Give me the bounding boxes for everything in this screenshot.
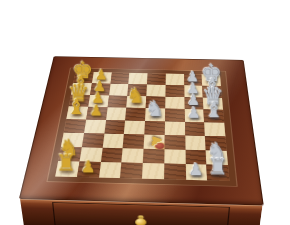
board-square[interactable] <box>146 84 165 96</box>
board-square[interactable] <box>100 147 122 162</box>
board-square[interactable] <box>147 73 166 85</box>
board-square[interactable] <box>110 72 129 84</box>
board-square[interactable] <box>122 148 144 163</box>
board-square[interactable] <box>185 122 206 136</box>
board-square[interactable] <box>143 148 165 163</box>
board-square[interactable]: ♟ <box>184 109 204 122</box>
board-square[interactable]: ♟ <box>86 107 107 120</box>
board-square[interactable] <box>107 95 127 108</box>
board-square[interactable] <box>64 119 86 133</box>
chess-board: ♚♟♟♚♝♟♟♝♛♟♞♟♛♝♟♞♟♝♟♞♞♜♟♟♜ <box>48 68 237 186</box>
silver-bishop[interactable]: ♝ <box>205 100 224 121</box>
board-square[interactable] <box>165 74 183 86</box>
board-square[interactable]: ♞ <box>145 108 165 121</box>
board-square[interactable] <box>164 135 185 150</box>
chess-set-photo: ♚♟♟♚♝♟♟♝♛♟♞♟♛♝♟♞♟♝♟♞♞♜♟♟♜ <box>0 0 290 225</box>
board-square[interactable]: ♟ <box>77 162 101 178</box>
gold-rook[interactable]: ♜ <box>56 152 77 175</box>
board-square[interactable] <box>82 133 104 147</box>
board-square[interactable] <box>124 121 145 135</box>
board-square[interactable] <box>102 133 124 148</box>
gold-knight[interactable]: ♞ <box>127 86 145 106</box>
board-square[interactable] <box>125 108 145 121</box>
gold-pawn[interactable]: ♟ <box>89 104 102 119</box>
board-square[interactable] <box>164 149 185 164</box>
board-square[interactable] <box>165 96 184 109</box>
board-square[interactable]: ♟ <box>144 134 165 149</box>
board-square[interactable] <box>165 85 184 97</box>
board-square[interactable] <box>144 121 164 135</box>
board-square[interactable]: ♝ <box>204 110 225 123</box>
chess-case: ♚♟♟♚♝♟♟♝♛♟♞♟♛♝♟♞♟♝♟♞♞♜♟♟♜ <box>19 56 264 205</box>
board-square[interactable] <box>164 164 186 180</box>
board-square[interactable] <box>185 135 206 150</box>
board-square[interactable] <box>106 107 127 120</box>
silver-pawn[interactable]: ♟ <box>189 162 204 179</box>
board-square[interactable] <box>129 73 148 85</box>
board-square[interactable]: ♝ <box>66 106 88 119</box>
board-square[interactable] <box>123 134 144 149</box>
board-frame: ♚♟♟♚♝♟♟♝♛♟♞♟♛♝♟♞♟♝♟♞♞♜♟♟♜ <box>19 56 264 205</box>
board-square[interactable]: ♜ <box>207 165 230 181</box>
gold-pawn-fallen[interactable]: ♟ <box>145 134 166 149</box>
board-square[interactable] <box>204 122 225 136</box>
board-square[interactable] <box>120 163 143 179</box>
gold-pawn[interactable]: ♟ <box>80 159 95 175</box>
board-square[interactable] <box>165 121 185 135</box>
board-square[interactable] <box>109 84 129 96</box>
silver-pawn[interactable]: ♟ <box>188 106 201 121</box>
board-square[interactable]: ♟ <box>185 164 207 180</box>
board-square[interactable] <box>142 163 164 179</box>
silver-rook[interactable]: ♜ <box>208 156 229 179</box>
silver-knight[interactable]: ♞ <box>146 99 165 120</box>
board-square[interactable]: ♜ <box>55 161 79 177</box>
board-square[interactable]: ♞ <box>126 96 146 109</box>
board-square[interactable] <box>98 162 121 178</box>
gold-bishop[interactable]: ♝ <box>67 97 86 118</box>
board-square[interactable] <box>165 109 185 122</box>
drawer-knob[interactable] <box>135 219 146 225</box>
board-square[interactable] <box>84 120 106 134</box>
board-square[interactable] <box>104 120 125 134</box>
